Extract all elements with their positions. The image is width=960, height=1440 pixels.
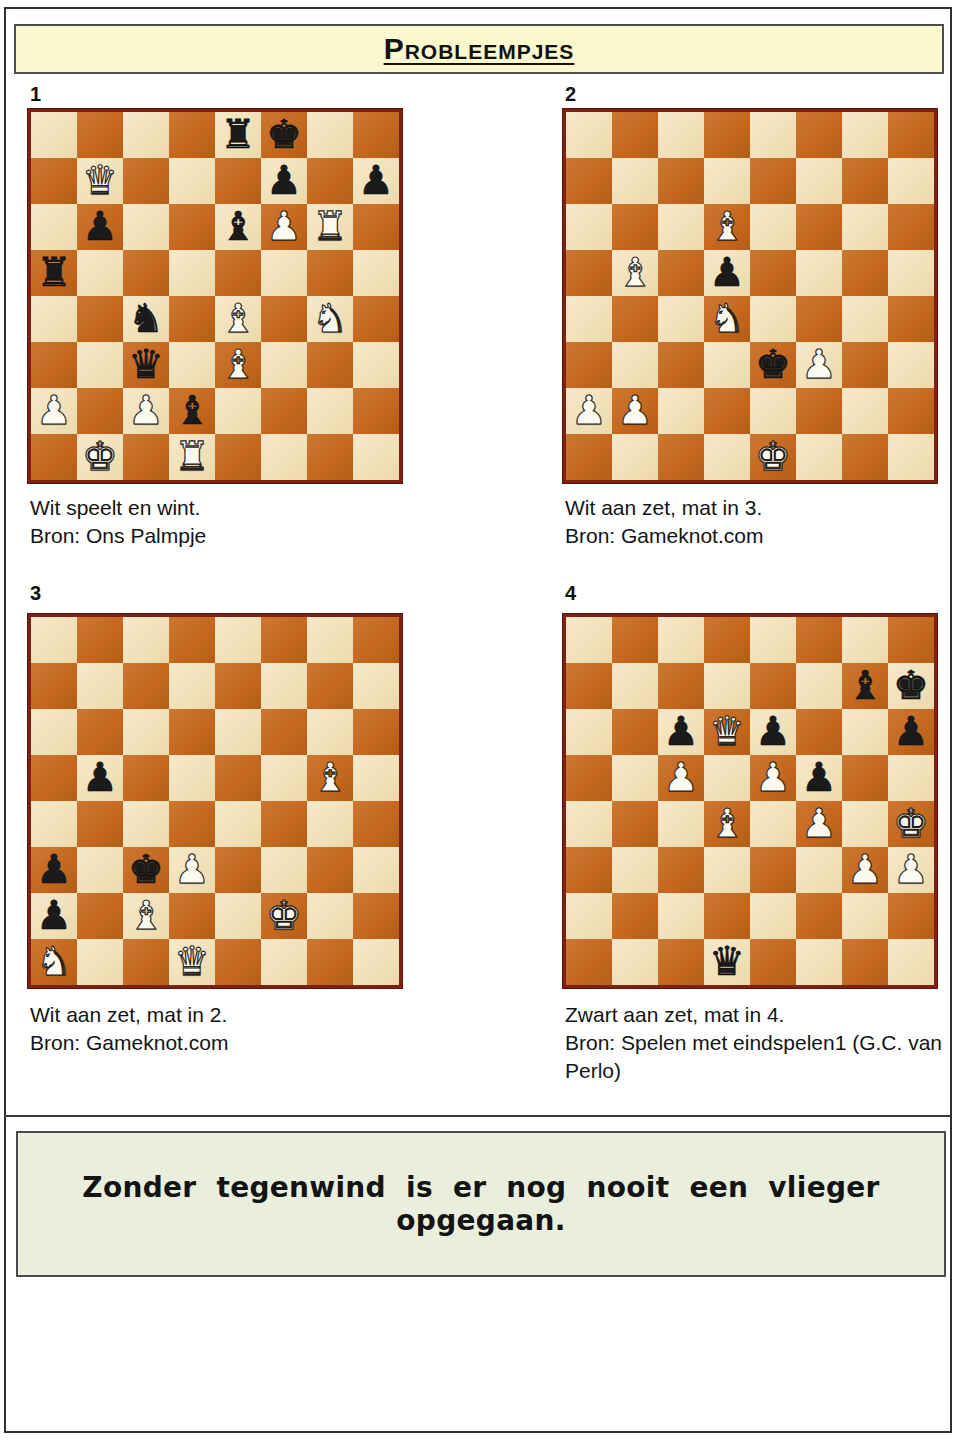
square: [353, 342, 399, 388]
square: [169, 204, 215, 250]
black-king: ♚: [128, 847, 164, 892]
square: [169, 801, 215, 847]
white-pawn: ♟: [617, 388, 653, 433]
square: [888, 250, 934, 296]
square: [612, 617, 658, 663]
square: ♞: [307, 296, 353, 342]
square: ♞: [31, 939, 77, 985]
square: [566, 158, 612, 204]
square: [169, 112, 215, 158]
white-pawn: ♟: [174, 847, 210, 892]
square: [307, 158, 353, 204]
white-bishop: ♝: [617, 250, 653, 295]
white-bishop: ♝: [312, 755, 348, 800]
white-pawn: ♟: [571, 388, 607, 433]
square: ♚: [77, 434, 123, 480]
square: ♟: [704, 250, 750, 296]
problem-1-caption-block: Wit speelt en wint. Bron: Ons Palmpje: [30, 494, 408, 550]
square: [169, 617, 215, 663]
square: [750, 663, 796, 709]
problem-1-source: Bron: Ons Palmpje: [30, 522, 408, 550]
square: [658, 847, 704, 893]
square: ♝: [169, 388, 215, 434]
white-pawn: ♟: [801, 801, 837, 846]
square: [704, 342, 750, 388]
square: [307, 388, 353, 434]
square: [353, 663, 399, 709]
square: ♟: [566, 388, 612, 434]
square: ♛: [123, 342, 169, 388]
square: [888, 939, 934, 985]
square: [750, 617, 796, 663]
square: [169, 755, 215, 801]
square: [353, 893, 399, 939]
square: [353, 296, 399, 342]
square: [842, 801, 888, 847]
problem-4-caption-block: Zwart aan zet, mat in 4. Bron: Spelen me…: [565, 1001, 943, 1085]
square: [796, 663, 842, 709]
square: [612, 158, 658, 204]
square: ♟: [77, 755, 123, 801]
square: [704, 434, 750, 480]
white-queen: ♛: [174, 939, 210, 984]
square: [353, 801, 399, 847]
square: [31, 158, 77, 204]
square: [77, 939, 123, 985]
black-pawn: ♟: [266, 158, 302, 203]
square: [566, 755, 612, 801]
black-knight: ♞: [128, 296, 164, 341]
square: [123, 617, 169, 663]
square: [31, 709, 77, 755]
square: ♟: [31, 388, 77, 434]
white-bishop: ♝: [220, 342, 256, 387]
square: ♟: [31, 847, 77, 893]
square: [658, 204, 704, 250]
square: [888, 893, 934, 939]
square: ♝: [612, 250, 658, 296]
square: ♟: [261, 158, 307, 204]
square: [261, 801, 307, 847]
square: [261, 709, 307, 755]
square: [31, 204, 77, 250]
square: [307, 893, 353, 939]
black-pawn: ♟: [801, 755, 837, 800]
black-pawn: ♟: [755, 709, 791, 754]
square: [612, 939, 658, 985]
square: ♚: [261, 893, 307, 939]
square: ♟: [750, 755, 796, 801]
square: [77, 893, 123, 939]
square: [77, 709, 123, 755]
square: ♟: [612, 388, 658, 434]
square: [307, 250, 353, 296]
square: [658, 893, 704, 939]
square: [215, 158, 261, 204]
square: [704, 893, 750, 939]
black-king: ♚: [755, 342, 791, 387]
square: [750, 939, 796, 985]
square: [658, 663, 704, 709]
square: [261, 755, 307, 801]
square: [261, 434, 307, 480]
square: [658, 250, 704, 296]
black-pawn: ♟: [82, 755, 118, 800]
problem-2-chessboard: ♝♝♟♞♚♟♟♟♚: [563, 109, 937, 483]
black-pawn: ♟: [82, 204, 118, 249]
square: [888, 434, 934, 480]
square: [842, 296, 888, 342]
square: [842, 709, 888, 755]
title-box: Probleempjes: [14, 24, 944, 74]
black-queen: ♛: [709, 939, 745, 984]
square: [31, 617, 77, 663]
square: [842, 388, 888, 434]
square: [704, 388, 750, 434]
square: ♟: [796, 755, 842, 801]
square: ♟: [658, 755, 704, 801]
problem-4-task: Zwart aan zet, mat in 4.: [565, 1001, 943, 1029]
square: [31, 663, 77, 709]
black-bishop: ♝: [847, 663, 883, 708]
square: [215, 755, 261, 801]
square: [888, 755, 934, 801]
square: ♞: [123, 296, 169, 342]
square: [842, 158, 888, 204]
square: [261, 388, 307, 434]
square: [612, 342, 658, 388]
square: [307, 709, 353, 755]
square: [612, 847, 658, 893]
problem-1-task: Wit speelt en wint.: [30, 494, 408, 522]
square: [123, 250, 169, 296]
square: [704, 112, 750, 158]
square: ♜: [215, 112, 261, 158]
square: [31, 801, 77, 847]
square: [842, 939, 888, 985]
square: [77, 801, 123, 847]
black-rook: ♜: [220, 112, 256, 157]
square: ♟: [123, 388, 169, 434]
white-pawn: ♟: [36, 388, 72, 433]
square: [658, 158, 704, 204]
square: ♜: [307, 204, 353, 250]
square: [77, 296, 123, 342]
square: ♛: [77, 158, 123, 204]
square: [31, 434, 77, 480]
square: [77, 663, 123, 709]
problem-1-number: 1: [30, 84, 41, 104]
square: ♟: [796, 342, 842, 388]
square: [612, 893, 658, 939]
square: ♜: [169, 434, 215, 480]
square: ♚: [123, 847, 169, 893]
square: [215, 847, 261, 893]
black-pawn: ♟: [709, 250, 745, 295]
square: [566, 617, 612, 663]
problem-2-source: Bron: Gameknot.com: [565, 522, 943, 550]
square: [77, 617, 123, 663]
square: [842, 893, 888, 939]
square: [353, 617, 399, 663]
square: [566, 663, 612, 709]
white-king: ♚: [82, 434, 118, 479]
problem-2-number: 2: [565, 84, 576, 104]
square: ♚: [750, 342, 796, 388]
square: [353, 204, 399, 250]
square: [704, 847, 750, 893]
square: [566, 204, 612, 250]
square: ♟: [750, 709, 796, 755]
white-knight: ♞: [36, 939, 72, 984]
square: ♚: [261, 112, 307, 158]
square: ♞: [704, 296, 750, 342]
square: [750, 158, 796, 204]
horizontal-divider: [5, 1115, 950, 1117]
square: ♚: [888, 801, 934, 847]
square: [612, 296, 658, 342]
square: [261, 663, 307, 709]
square: ♟: [888, 847, 934, 893]
black-pawn: ♟: [36, 893, 72, 938]
square: [796, 250, 842, 296]
square: [31, 296, 77, 342]
black-pawn: ♟: [663, 709, 699, 754]
page-title: Probleempjes: [384, 32, 575, 66]
square: [888, 296, 934, 342]
square: [353, 388, 399, 434]
square: [566, 847, 612, 893]
square: [566, 939, 612, 985]
square: [169, 296, 215, 342]
square: ♝: [215, 342, 261, 388]
white-rook: ♜: [174, 434, 210, 479]
square: [353, 847, 399, 893]
problem-3-source: Bron: Gameknot.com: [30, 1029, 408, 1057]
white-pawn: ♟: [893, 847, 929, 892]
square: [750, 388, 796, 434]
square: [261, 617, 307, 663]
square: [796, 158, 842, 204]
square: [750, 801, 796, 847]
white-queen: ♛: [82, 158, 118, 203]
square: [658, 939, 704, 985]
square: ♛: [169, 939, 215, 985]
square: [215, 388, 261, 434]
square: ♟: [353, 158, 399, 204]
square: ♝: [215, 296, 261, 342]
square: [750, 204, 796, 250]
square: ♟: [658, 709, 704, 755]
square: [566, 250, 612, 296]
square: [796, 296, 842, 342]
square: [796, 939, 842, 985]
square: [123, 434, 169, 480]
square: [842, 434, 888, 480]
square: [704, 755, 750, 801]
square: [842, 342, 888, 388]
square: ♝: [842, 663, 888, 709]
square: [842, 112, 888, 158]
square: [353, 250, 399, 296]
square: [123, 112, 169, 158]
square: [750, 893, 796, 939]
square: [123, 663, 169, 709]
problem-3-task: Wit aan zet, mat in 2.: [30, 1001, 408, 1029]
white-pawn: ♟: [128, 388, 164, 433]
square: [123, 939, 169, 985]
square: [888, 158, 934, 204]
white-bishop: ♝: [220, 296, 256, 341]
square: [169, 158, 215, 204]
square: [215, 663, 261, 709]
square: [123, 755, 169, 801]
white-king: ♚: [755, 434, 791, 479]
square: [261, 296, 307, 342]
square: [77, 250, 123, 296]
square: ♚: [888, 663, 934, 709]
square: [77, 847, 123, 893]
square: [215, 893, 261, 939]
square: [796, 388, 842, 434]
square: [307, 847, 353, 893]
square: [77, 112, 123, 158]
black-pawn: ♟: [358, 158, 394, 203]
square: [796, 893, 842, 939]
square: [566, 893, 612, 939]
square: [307, 801, 353, 847]
square: [750, 296, 796, 342]
black-pawn: ♟: [36, 847, 72, 892]
problem-3-caption-block: Wit aan zet, mat in 2. Bron: Gameknot.co…: [30, 1001, 408, 1057]
square: [612, 755, 658, 801]
square: [658, 112, 704, 158]
square: [704, 663, 750, 709]
square: [215, 709, 261, 755]
square: ♟: [31, 893, 77, 939]
square: ♟: [169, 847, 215, 893]
square: [566, 112, 612, 158]
square: ♟: [842, 847, 888, 893]
square: [796, 617, 842, 663]
square: [612, 112, 658, 158]
square: [566, 434, 612, 480]
square: ♝: [307, 755, 353, 801]
square: [750, 847, 796, 893]
white-pawn: ♟: [266, 204, 302, 249]
square: [307, 617, 353, 663]
white-knight: ♞: [312, 296, 348, 341]
black-rook: ♜: [36, 250, 72, 295]
problem-4-number: 4: [565, 583, 576, 603]
square: [566, 296, 612, 342]
square: [307, 434, 353, 480]
square: ♟: [796, 801, 842, 847]
white-knight: ♞: [709, 296, 745, 341]
square: [169, 250, 215, 296]
square: [353, 434, 399, 480]
square: ♜: [31, 250, 77, 296]
square: [215, 801, 261, 847]
square: [796, 847, 842, 893]
square: [31, 342, 77, 388]
white-pawn: ♟: [847, 847, 883, 892]
square: [169, 342, 215, 388]
square: [307, 112, 353, 158]
white-pawn: ♟: [755, 755, 791, 800]
square: [169, 663, 215, 709]
square: [261, 250, 307, 296]
square: [353, 939, 399, 985]
square: [77, 388, 123, 434]
square: [215, 434, 261, 480]
white-queen: ♛: [709, 709, 745, 754]
square: [842, 755, 888, 801]
problem-4-source: Bron: Spelen met eindspelen1 (G.C. van P…: [565, 1029, 943, 1085]
problem-2-task: Wit aan zet, mat in 3.: [565, 494, 943, 522]
square: [215, 617, 261, 663]
square: ♝: [215, 204, 261, 250]
square: [750, 112, 796, 158]
square: [888, 617, 934, 663]
square: [612, 204, 658, 250]
white-bishop: ♝: [709, 204, 745, 249]
square: [658, 296, 704, 342]
square: [796, 709, 842, 755]
black-queen: ♛: [128, 342, 164, 387]
black-king: ♚: [266, 112, 302, 157]
problem-3-chessboard: ♟♝♟♚♟♟♝♚♞♛: [28, 614, 402, 988]
square: [750, 250, 796, 296]
black-bishop: ♝: [174, 388, 210, 433]
square: [888, 342, 934, 388]
square: ♟: [888, 709, 934, 755]
square: [353, 755, 399, 801]
square: [31, 112, 77, 158]
quote-box: Zonder tegenwind is er nog nooit een vli…: [16, 1131, 946, 1277]
square: ♝: [704, 204, 750, 250]
white-pawn: ♟: [663, 755, 699, 800]
square: [704, 158, 750, 204]
square: [31, 755, 77, 801]
problem-2-caption-block: Wit aan zet, mat in 3. Bron: Gameknot.co…: [565, 494, 943, 550]
square: [169, 709, 215, 755]
square: [842, 617, 888, 663]
square: ♝: [704, 801, 750, 847]
square: [566, 342, 612, 388]
square: [658, 434, 704, 480]
square: [169, 893, 215, 939]
square: [307, 663, 353, 709]
quote-text: Zonder tegenwind is er nog nooit een vli…: [18, 1171, 944, 1237]
square: [307, 342, 353, 388]
black-king: ♚: [893, 663, 929, 708]
square: [123, 709, 169, 755]
square: [612, 801, 658, 847]
square: [261, 939, 307, 985]
square: [658, 617, 704, 663]
white-king: ♚: [266, 893, 302, 938]
square: [888, 112, 934, 158]
problem-4-chessboard: ♝♚♟♛♟♟♟♟♟♝♟♚♟♟♛: [563, 614, 937, 988]
square: [123, 158, 169, 204]
black-pawn: ♟: [893, 709, 929, 754]
square: [566, 709, 612, 755]
white-pawn: ♟: [801, 342, 837, 387]
problem-3-number: 3: [30, 583, 41, 603]
square: ♚: [750, 434, 796, 480]
square: [658, 388, 704, 434]
